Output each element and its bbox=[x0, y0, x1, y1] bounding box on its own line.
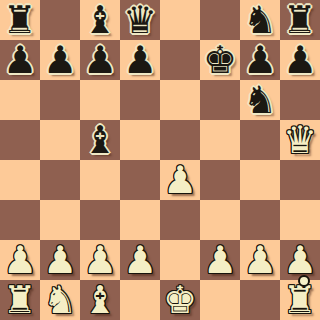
square-g5[interactable] bbox=[240, 120, 280, 160]
square-h7[interactable]: ♟ bbox=[280, 40, 320, 80]
square-f7[interactable]: ♚ bbox=[200, 40, 240, 80]
square-b7[interactable]: ♟ bbox=[40, 40, 80, 80]
square-h1[interactable]: ♜ bbox=[280, 280, 320, 320]
square-h2[interactable]: ♟ bbox=[280, 240, 320, 280]
square-h8[interactable]: ♜ bbox=[280, 0, 320, 40]
square-f2[interactable]: ♟ bbox=[200, 240, 240, 280]
piece-black-pawn: ♟ bbox=[43, 40, 77, 80]
piece-white-pawn: ♟ bbox=[43, 240, 77, 280]
square-b3[interactable] bbox=[40, 200, 80, 240]
square-g1[interactable] bbox=[240, 280, 280, 320]
piece-white-pawn: ♟ bbox=[123, 240, 157, 280]
square-a5[interactable] bbox=[0, 120, 40, 160]
square-g8[interactable]: ♞ bbox=[240, 0, 280, 40]
square-e8[interactable] bbox=[160, 0, 200, 40]
square-b6[interactable] bbox=[40, 80, 80, 120]
square-e5[interactable] bbox=[160, 120, 200, 160]
square-f3[interactable] bbox=[200, 200, 240, 240]
square-d2[interactable]: ♟ bbox=[120, 240, 160, 280]
square-h5[interactable]: ♛ bbox=[280, 120, 320, 160]
square-e1[interactable]: ♚ bbox=[160, 280, 200, 320]
square-c7[interactable]: ♟ bbox=[80, 40, 120, 80]
square-g4[interactable] bbox=[240, 160, 280, 200]
square-e7[interactable] bbox=[160, 40, 200, 80]
square-h6[interactable] bbox=[280, 80, 320, 120]
piece-white-pawn: ♟ bbox=[203, 240, 237, 280]
square-b1[interactable]: ♞ bbox=[40, 280, 80, 320]
piece-white-pawn: ♟ bbox=[3, 240, 37, 280]
square-c3[interactable] bbox=[80, 200, 120, 240]
square-e2[interactable] bbox=[160, 240, 200, 280]
square-a8[interactable]: ♜ bbox=[0, 0, 40, 40]
square-c6[interactable] bbox=[80, 80, 120, 120]
square-f5[interactable] bbox=[200, 120, 240, 160]
square-d5[interactable] bbox=[120, 120, 160, 160]
square-d6[interactable] bbox=[120, 80, 160, 120]
square-d1[interactable] bbox=[120, 280, 160, 320]
square-c4[interactable] bbox=[80, 160, 120, 200]
piece-black-knight: ♞ bbox=[243, 0, 277, 40]
square-a6[interactable] bbox=[0, 80, 40, 120]
square-e4[interactable]: ♟ bbox=[160, 160, 200, 200]
square-g2[interactable]: ♟ bbox=[240, 240, 280, 280]
piece-black-rook: ♜ bbox=[3, 0, 37, 40]
piece-black-pawn: ♟ bbox=[243, 40, 277, 80]
square-g7[interactable]: ♟ bbox=[240, 40, 280, 80]
piece-black-knight: ♞ bbox=[243, 80, 277, 120]
square-d7[interactable]: ♟ bbox=[120, 40, 160, 80]
square-a1[interactable]: ♜ bbox=[0, 280, 40, 320]
piece-white-bishop: ♝ bbox=[83, 280, 117, 320]
chess-board: ♜♝♛♞♜♟♟♟♟♚♟♟♞♝♛♟♟♟♟♟♟♟♟♜♞♝♚♜ bbox=[0, 0, 320, 320]
square-a4[interactable] bbox=[0, 160, 40, 200]
square-f6[interactable] bbox=[200, 80, 240, 120]
h1-rook-marker-dot bbox=[298, 275, 310, 287]
piece-white-pawn: ♟ bbox=[163, 160, 197, 200]
square-g3[interactable] bbox=[240, 200, 280, 240]
square-a7[interactable]: ♟ bbox=[0, 40, 40, 80]
piece-white-queen: ♛ bbox=[283, 120, 317, 160]
square-c8[interactable]: ♝ bbox=[80, 0, 120, 40]
piece-black-pawn: ♟ bbox=[3, 40, 37, 80]
square-f1[interactable] bbox=[200, 280, 240, 320]
square-d4[interactable] bbox=[120, 160, 160, 200]
square-a2[interactable]: ♟ bbox=[0, 240, 40, 280]
square-f8[interactable] bbox=[200, 0, 240, 40]
piece-white-knight: ♞ bbox=[43, 280, 77, 320]
square-c1[interactable]: ♝ bbox=[80, 280, 120, 320]
piece-white-pawn: ♟ bbox=[83, 240, 117, 280]
square-b8[interactable] bbox=[40, 0, 80, 40]
piece-black-bishop: ♝ bbox=[83, 120, 117, 160]
square-d3[interactable] bbox=[120, 200, 160, 240]
piece-white-king: ♚ bbox=[163, 280, 197, 320]
square-h4[interactable] bbox=[280, 160, 320, 200]
square-c2[interactable]: ♟ bbox=[80, 240, 120, 280]
piece-white-pawn: ♟ bbox=[243, 240, 277, 280]
piece-black-pawn: ♟ bbox=[123, 40, 157, 80]
piece-white-pawn: ♟ bbox=[283, 240, 317, 280]
piece-black-pawn: ♟ bbox=[283, 40, 317, 80]
square-b5[interactable] bbox=[40, 120, 80, 160]
square-h3[interactable] bbox=[280, 200, 320, 240]
square-b4[interactable] bbox=[40, 160, 80, 200]
piece-black-pawn: ♟ bbox=[83, 40, 117, 80]
square-c5[interactable]: ♝ bbox=[80, 120, 120, 160]
square-d8[interactable]: ♛ bbox=[120, 0, 160, 40]
square-e3[interactable] bbox=[160, 200, 200, 240]
square-b2[interactable]: ♟ bbox=[40, 240, 80, 280]
square-f4[interactable] bbox=[200, 160, 240, 200]
piece-white-rook: ♜ bbox=[3, 280, 37, 320]
piece-black-queen: ♛ bbox=[123, 0, 157, 40]
square-a3[interactable] bbox=[0, 200, 40, 240]
piece-black-king: ♚ bbox=[203, 40, 237, 80]
square-g6[interactable]: ♞ bbox=[240, 80, 280, 120]
square-e6[interactable] bbox=[160, 80, 200, 120]
piece-black-bishop: ♝ bbox=[83, 0, 117, 40]
piece-black-rook: ♜ bbox=[283, 0, 317, 40]
